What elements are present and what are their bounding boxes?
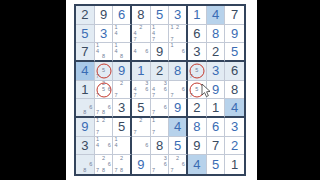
solved-digit: 4 <box>81 64 88 77</box>
cell-r4c9[interactable]: 6 <box>225 62 244 81</box>
cell-r5c1[interactable]: 1 <box>76 81 95 100</box>
given-digit: 2 <box>212 45 219 58</box>
given-digit: 8 <box>137 8 144 21</box>
pencil-marks: 14 <box>113 25 130 43</box>
cell-r6c3[interactable]: 3 <box>113 99 132 118</box>
pencil-marks: 278 <box>113 155 130 174</box>
cell-r6c2[interactable]: 678 <box>95 99 114 118</box>
cell-r6c4[interactable]: 5 <box>132 99 151 118</box>
cell-r7c5[interactable]: 17 <box>151 118 170 137</box>
cell-r8c2[interactable]: 146 <box>95 137 114 156</box>
given-digit: 9 <box>100 8 107 21</box>
pencil-marks: 46 <box>132 43 150 60</box>
cell-r3c4[interactable]: 46 <box>132 43 151 62</box>
cell-r8c7[interactable]: 9 <box>188 137 207 156</box>
cell-r8c5[interactable]: 8 <box>151 137 170 156</box>
pencil-marks: 146 <box>95 137 113 155</box>
cell-r4c7[interactable]: 57 <box>188 62 207 81</box>
cell-r3c3[interactable]: 148 <box>113 43 132 62</box>
pencil-marks: 127 <box>169 25 186 43</box>
cell-r2c6[interactable]: 127 <box>169 25 188 44</box>
cell-r3c6[interactable]: 16 <box>169 43 188 62</box>
cell-r4c6[interactable]: 8 <box>169 62 188 81</box>
pencil-marks: 2567 <box>95 81 113 99</box>
pencil-marks: 367 <box>151 155 169 174</box>
cell-r4c1[interactable]: 4 <box>76 62 95 81</box>
solved-digit: 8 <box>174 64 181 77</box>
cell-r8c1[interactable]: 3 <box>76 137 95 156</box>
cell-r7c7[interactable]: 8 <box>188 118 207 137</box>
pencil-marks: 17 <box>151 118 169 136</box>
pencil-marks: 27 <box>132 118 150 136</box>
given-digit: 7 <box>212 139 219 152</box>
solved-digit: 4 <box>193 158 200 171</box>
solved-digit: 4 <box>231 101 238 114</box>
cell-r5c4[interactable]: 3467 <box>132 81 151 100</box>
cell-r7c2[interactable]: 127 <box>95 118 114 137</box>
cell-r3c1[interactable]: 7 <box>76 43 95 62</box>
pencil-marks: 57 <box>188 62 206 80</box>
given-digit: 1 <box>231 158 238 171</box>
solved-digit: 9 <box>118 64 125 77</box>
pencil-marks: 6 <box>132 137 150 155</box>
cell-r8c6[interactable]: 5 <box>169 137 188 156</box>
given-digit: 2 <box>156 64 163 77</box>
solved-digit: 4 <box>174 120 181 133</box>
solved-digit: 3 <box>231 120 238 133</box>
solved-digit: 5 <box>231 45 238 58</box>
given-digit: 8 <box>231 83 238 96</box>
cell-r9c6[interactable]: 267 <box>169 155 188 174</box>
cell-r2c7[interactable]: 6 <box>188 25 207 44</box>
pencil-marks: 127 <box>95 118 113 136</box>
pencil-marks: 68 <box>76 99 94 116</box>
given-digit: 3 <box>81 139 88 152</box>
cell-r3c5[interactable]: 9 <box>151 43 170 62</box>
cell-r1c4[interactable]: 8 <box>132 6 151 25</box>
solved-digit: 8 <box>193 120 200 133</box>
given-digit: 6 <box>231 64 238 77</box>
cell-r9c3[interactable]: 278 <box>113 155 132 174</box>
solved-digit: 1 <box>193 8 200 21</box>
given-digit: 5 <box>137 101 144 114</box>
cell-r9c9[interactable]: 1 <box>225 155 244 174</box>
solved-digit: 9 <box>212 83 219 96</box>
pencil-marks: 14 <box>113 137 130 155</box>
solved-digit: 5 <box>212 158 219 171</box>
solved-digit: 9 <box>81 120 88 133</box>
cell-r1c1[interactable]: 2 <box>76 6 95 25</box>
cell-r8c3[interactable]: 14 <box>113 137 132 156</box>
cell-r5c5[interactable]: 3467 <box>151 81 170 100</box>
cell-r7c8[interactable]: 6 <box>207 118 226 137</box>
given-digit: 8 <box>156 139 163 152</box>
mouse-cursor-icon <box>201 84 211 98</box>
cell-r9c2[interactable]: 2678 <box>95 155 114 174</box>
cell-r9c4[interactable]: 9 <box>132 155 151 174</box>
solved-digit: 9 <box>137 158 144 171</box>
solved-digit: 9 <box>231 27 238 40</box>
pencil-marks: 2678 <box>95 155 113 174</box>
cell-r7c4[interactable]: 27 <box>132 118 151 137</box>
cell-r3c7[interactable]: 3 <box>188 43 207 62</box>
pencil-marks: 57 <box>95 62 113 80</box>
cell-r1c2[interactable]: 9 <box>95 6 114 25</box>
cell-r4c4[interactable]: 1 <box>132 62 151 81</box>
cell-r6c6[interactable]: 9 <box>169 99 188 118</box>
pencil-marks: 3467 <box>151 81 169 99</box>
cell-r2c8[interactable]: 8 <box>207 25 226 44</box>
content-panel: 2968531475314247147127689714814846916325… <box>66 0 257 180</box>
pencil-marks: 67 <box>169 81 186 99</box>
given-digit: 5 <box>118 120 125 133</box>
cell-r4c2[interactable]: 57 <box>95 62 114 81</box>
solved-digit: 6 <box>118 8 125 21</box>
pencil-marks: 267 <box>169 155 186 174</box>
pencil-marks: 67 <box>151 99 169 116</box>
cell-r7c3[interactable]: 5 <box>113 118 132 137</box>
solved-digit: 9 <box>174 101 181 114</box>
cell-r2c5[interactable]: 147 <box>151 25 170 44</box>
cell-r7c1[interactable]: 9 <box>76 118 95 137</box>
cell-r1c3[interactable]: 6 <box>113 6 132 25</box>
pencil-marks: 16 <box>169 43 186 60</box>
cell-r1c8[interactable]: 4 <box>207 6 226 25</box>
solved-digit: 3 <box>212 64 219 77</box>
cell-r8c9[interactable]: 2 <box>225 137 244 156</box>
app-screenshot: 2968531475314247147127689714814846916325… <box>0 0 320 180</box>
pencil-marks: 148 <box>95 43 113 60</box>
cell-r7c9[interactable]: 3 <box>225 118 244 137</box>
solved-digit: 2 <box>231 139 238 152</box>
pencil-marks: 3467 <box>132 81 150 99</box>
solved-digit: 3 <box>100 27 107 40</box>
letterbox-right <box>257 0 320 180</box>
pencil-marks: 678 <box>95 99 113 116</box>
cell-r3c9[interactable]: 5 <box>225 43 244 62</box>
solved-digit: 5 <box>174 139 181 152</box>
given-digit: 9 <box>193 139 200 152</box>
letterbox-left <box>0 0 66 180</box>
cell-r9c8[interactable]: 5 <box>207 155 226 174</box>
cell-r2c2[interactable]: 3 <box>95 25 114 44</box>
sudoku-board[interactable]: 2968531475314247147127689714814846916325… <box>74 4 246 176</box>
pencil-marks: 148 <box>113 43 130 60</box>
cell-r6c9[interactable]: 4 <box>225 99 244 118</box>
cell-r4c5[interactable]: 2 <box>151 62 170 81</box>
cell-r1c7[interactable]: 1 <box>188 6 207 25</box>
pencil-marks: 247 <box>132 25 150 43</box>
solved-digit: 6 <box>212 120 219 133</box>
solved-digit: 4 <box>212 8 219 21</box>
solved-digit: 5 <box>156 8 163 21</box>
solved-digit: 3 <box>174 8 181 21</box>
cell-r6c8[interactable]: 1 <box>207 99 226 118</box>
given-digit: 2 <box>81 8 88 21</box>
cell-r6c5[interactable]: 67 <box>151 99 170 118</box>
cell-r5c3[interactable]: 27 <box>113 81 132 100</box>
given-digit: 1 <box>81 83 88 96</box>
cell-r4c3[interactable]: 9 <box>113 62 132 81</box>
cell-r5c6[interactable]: 67 <box>169 81 188 100</box>
cell-r6c1[interactable]: 68 <box>76 99 95 118</box>
given-digit: 7 <box>231 8 238 21</box>
given-digit: 3 <box>118 101 125 114</box>
cell-r8c4[interactable]: 6 <box>132 137 151 156</box>
given-digit: 6 <box>193 27 200 40</box>
solved-digit: 5 <box>81 27 88 40</box>
cell-r1c9[interactable]: 7 <box>225 6 244 25</box>
given-digit: 2 <box>193 101 200 114</box>
cell-r3c2[interactable]: 148 <box>95 43 114 62</box>
cell-r2c3[interactable]: 14 <box>113 25 132 44</box>
given-digit: 9 <box>156 45 163 58</box>
cell-r2c4[interactable]: 247 <box>132 25 151 44</box>
cell-r9c1[interactable]: 68 <box>76 155 95 174</box>
cell-r2c1[interactable]: 5 <box>76 25 95 44</box>
pencil-marks: 68 <box>76 155 94 174</box>
pencil-marks: 27 <box>113 81 130 99</box>
cell-r3c8[interactable]: 2 <box>207 43 226 62</box>
cell-r7c6[interactable]: 4 <box>169 118 188 137</box>
cell-r5c9[interactable]: 8 <box>225 81 244 100</box>
given-digit: 1 <box>212 101 219 114</box>
cell-r6c7[interactable]: 2 <box>188 99 207 118</box>
cell-r9c7[interactable]: 4 <box>188 155 207 174</box>
cell-r8c8[interactable]: 7 <box>207 137 226 156</box>
given-digit: 3 <box>193 45 200 58</box>
solved-digit: 1 <box>137 64 144 77</box>
cell-r2c9[interactable]: 9 <box>225 25 244 44</box>
cell-r1c6[interactable]: 3 <box>169 6 188 25</box>
pencil-marks: 147 <box>151 25 169 43</box>
cell-r1c5[interactable]: 5 <box>151 6 170 25</box>
solved-digit: 8 <box>212 27 219 40</box>
cell-r9c5[interactable]: 367 <box>151 155 170 174</box>
cell-r5c2[interactable]: 2567 <box>95 81 114 100</box>
given-digit: 7 <box>81 45 88 58</box>
cell-r4c8[interactable]: 3 <box>207 62 226 81</box>
